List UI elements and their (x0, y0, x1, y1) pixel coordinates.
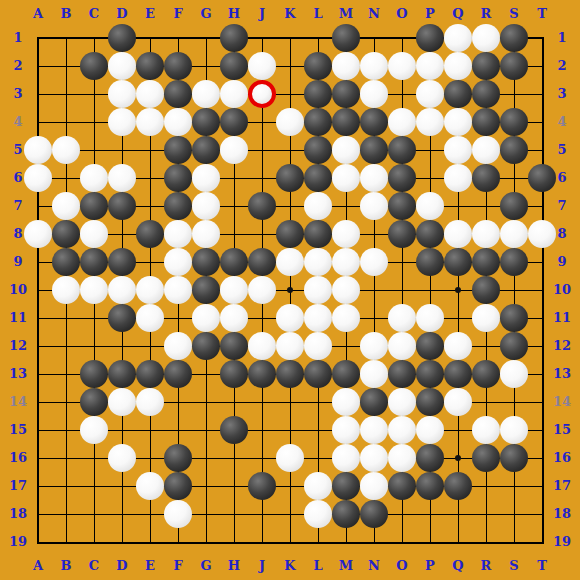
black-stone-O13 (388, 360, 416, 388)
black-stone-H9 (220, 248, 248, 276)
white-stone-O14 (388, 388, 416, 416)
black-stone-R2 (472, 52, 500, 80)
black-stone-R10 (472, 276, 500, 304)
last-move-marker-J3 (248, 80, 276, 108)
row-label-right-10: 10 (550, 283, 574, 297)
white-stone-H5 (220, 136, 248, 164)
white-stone-G6 (192, 164, 220, 192)
white-stone-P7 (416, 192, 444, 220)
black-stone-H2 (220, 52, 248, 80)
black-stone-J17 (248, 472, 276, 500)
black-stone-S16 (500, 444, 528, 472)
black-stone-P17 (416, 472, 444, 500)
black-stone-D11 (108, 304, 136, 332)
white-stone-L12 (304, 332, 332, 360)
black-stone-O6 (388, 164, 416, 192)
black-stone-E13 (136, 360, 164, 388)
black-stone-T6 (528, 164, 556, 192)
black-stone-H12 (220, 332, 248, 360)
row-label-right-1: 1 (550, 31, 574, 45)
row-label-right-7: 7 (550, 199, 574, 213)
white-stone-D4 (108, 108, 136, 136)
black-stone-L6 (304, 164, 332, 192)
white-stone-C10 (80, 276, 108, 304)
white-stone-N13 (360, 360, 388, 388)
white-stone-F18 (164, 500, 192, 528)
white-stone-S8 (500, 220, 528, 248)
white-stone-Q1 (444, 24, 472, 52)
black-stone-O7 (388, 192, 416, 220)
row-label-left-14: 14 (6, 395, 30, 409)
white-stone-H10 (220, 276, 248, 304)
black-stone-D1 (108, 24, 136, 52)
black-stone-J13 (248, 360, 276, 388)
col-label-bottom-C: C (82, 559, 106, 573)
row-label-left-3: 3 (6, 87, 30, 101)
white-stone-Q14 (444, 388, 472, 416)
white-stone-M8 (332, 220, 360, 248)
white-stone-Q2 (444, 52, 472, 80)
black-stone-S5 (500, 136, 528, 164)
black-stone-R6 (472, 164, 500, 192)
col-label-top-K: K (278, 7, 302, 21)
white-stone-F9 (164, 248, 192, 276)
black-stone-F5 (164, 136, 192, 164)
row-label-right-15: 15 (550, 423, 574, 437)
col-label-bottom-T: T (530, 559, 554, 573)
black-stone-Q3 (444, 80, 472, 108)
white-stone-D14 (108, 388, 136, 416)
black-stone-S12 (500, 332, 528, 360)
col-label-bottom-F: F (166, 559, 190, 573)
white-stone-N2 (360, 52, 388, 80)
row-label-right-12: 12 (550, 339, 574, 353)
col-label-top-J: J (250, 7, 274, 21)
row-label-right-16: 16 (550, 451, 574, 465)
col-label-bottom-B: B (54, 559, 78, 573)
white-stone-T8 (528, 220, 556, 248)
black-stone-N18 (360, 500, 388, 528)
col-label-top-B: B (54, 7, 78, 21)
white-stone-K11 (276, 304, 304, 332)
black-stone-F3 (164, 80, 192, 108)
white-stone-N6 (360, 164, 388, 192)
black-stone-N14 (360, 388, 388, 416)
col-label-top-A: A (26, 7, 50, 21)
black-stone-K13 (276, 360, 304, 388)
black-stone-B9 (52, 248, 80, 276)
row-label-left-19: 19 (6, 535, 30, 549)
col-label-bottom-P: P (418, 559, 442, 573)
col-label-bottom-S: S (502, 559, 526, 573)
col-label-top-S: S (502, 7, 526, 21)
white-stone-E11 (136, 304, 164, 332)
white-stone-C8 (80, 220, 108, 248)
black-stone-M1 (332, 24, 360, 52)
black-stone-P8 (416, 220, 444, 248)
black-stone-H13 (220, 360, 248, 388)
black-stone-H15 (220, 416, 248, 444)
row-label-left-12: 12 (6, 339, 30, 353)
white-stone-H3 (220, 80, 248, 108)
black-stone-P1 (416, 24, 444, 52)
col-label-bottom-A: A (26, 559, 50, 573)
black-stone-D7 (108, 192, 136, 220)
white-stone-N17 (360, 472, 388, 500)
white-stone-O11 (388, 304, 416, 332)
black-stone-C7 (80, 192, 108, 220)
white-stone-R15 (472, 416, 500, 444)
white-stone-N9 (360, 248, 388, 276)
black-stone-S4 (500, 108, 528, 136)
star-point-Q16 (455, 455, 461, 461)
black-stone-F6 (164, 164, 192, 192)
white-stone-F4 (164, 108, 192, 136)
white-stone-E14 (136, 388, 164, 416)
black-stone-M18 (332, 500, 360, 528)
white-stone-J10 (248, 276, 276, 304)
white-stone-D16 (108, 444, 136, 472)
col-label-top-N: N (362, 7, 386, 21)
white-stone-M9 (332, 248, 360, 276)
row-label-right-17: 17 (550, 479, 574, 493)
row-label-left-4: 4 (6, 115, 30, 129)
col-label-bottom-O: O (390, 559, 414, 573)
col-label-top-R: R (474, 7, 498, 21)
black-stone-G12 (192, 332, 220, 360)
white-stone-C15 (80, 416, 108, 444)
black-stone-F13 (164, 360, 192, 388)
col-label-bottom-N: N (362, 559, 386, 573)
black-stone-L4 (304, 108, 332, 136)
black-stone-E8 (136, 220, 164, 248)
col-label-top-E: E (138, 7, 162, 21)
white-stone-O12 (388, 332, 416, 360)
black-stone-M17 (332, 472, 360, 500)
white-stone-M2 (332, 52, 360, 80)
row-label-left-13: 13 (6, 367, 30, 381)
black-stone-L13 (304, 360, 332, 388)
row-label-left-9: 9 (6, 255, 30, 269)
col-label-top-C: C (82, 7, 106, 21)
black-stone-C13 (80, 360, 108, 388)
black-stone-H1 (220, 24, 248, 52)
col-label-top-P: P (418, 7, 442, 21)
white-stone-A5 (24, 136, 52, 164)
white-stone-B10 (52, 276, 80, 304)
white-stone-D2 (108, 52, 136, 80)
col-label-bottom-E: E (138, 559, 162, 573)
black-stone-R16 (472, 444, 500, 472)
white-stone-M11 (332, 304, 360, 332)
white-stone-Q4 (444, 108, 472, 136)
white-stone-P15 (416, 416, 444, 444)
row-label-right-4: 4 (550, 115, 574, 129)
white-stone-O4 (388, 108, 416, 136)
black-stone-D9 (108, 248, 136, 276)
black-stone-J7 (248, 192, 276, 220)
white-stone-G8 (192, 220, 220, 248)
white-stone-E3 (136, 80, 164, 108)
row-label-right-19: 19 (550, 535, 574, 549)
white-stone-P2 (416, 52, 444, 80)
black-stone-C9 (80, 248, 108, 276)
white-stone-N15 (360, 416, 388, 444)
col-label-bottom-G: G (194, 559, 218, 573)
black-stone-M3 (332, 80, 360, 108)
white-stone-M14 (332, 388, 360, 416)
col-label-top-Q: Q (446, 7, 470, 21)
white-stone-O15 (388, 416, 416, 444)
white-stone-P11 (416, 304, 444, 332)
col-label-bottom-M: M (334, 559, 358, 573)
white-stone-P4 (416, 108, 444, 136)
white-stone-R11 (472, 304, 500, 332)
black-stone-S2 (500, 52, 528, 80)
white-stone-C6 (80, 164, 108, 192)
col-label-top-L: L (306, 7, 330, 21)
white-stone-M10 (332, 276, 360, 304)
black-stone-G9 (192, 248, 220, 276)
white-stone-G7 (192, 192, 220, 220)
black-stone-R13 (472, 360, 500, 388)
row-label-right-9: 9 (550, 255, 574, 269)
white-stone-N7 (360, 192, 388, 220)
black-stone-R3 (472, 80, 500, 108)
black-stone-F2 (164, 52, 192, 80)
black-stone-G5 (192, 136, 220, 164)
black-stone-Q17 (444, 472, 472, 500)
col-label-bottom-J: J (250, 559, 274, 573)
black-stone-N5 (360, 136, 388, 164)
white-stone-B5 (52, 136, 80, 164)
white-stone-B7 (52, 192, 80, 220)
black-stone-L5 (304, 136, 332, 164)
white-stone-K4 (276, 108, 304, 136)
black-stone-Q9 (444, 248, 472, 276)
row-label-left-10: 10 (6, 283, 30, 297)
white-stone-J12 (248, 332, 276, 360)
white-stone-F10 (164, 276, 192, 304)
white-stone-D3 (108, 80, 136, 108)
white-stone-Q5 (444, 136, 472, 164)
white-stone-N16 (360, 444, 388, 472)
white-stone-L9 (304, 248, 332, 276)
row-label-left-1: 1 (6, 31, 30, 45)
white-stone-K9 (276, 248, 304, 276)
white-stone-Q6 (444, 164, 472, 192)
black-stone-Q13 (444, 360, 472, 388)
white-stone-E17 (136, 472, 164, 500)
row-label-right-14: 14 (550, 395, 574, 409)
white-stone-L18 (304, 500, 332, 528)
black-stone-P16 (416, 444, 444, 472)
black-stone-L2 (304, 52, 332, 80)
black-stone-O5 (388, 136, 416, 164)
white-stone-N12 (360, 332, 388, 360)
row-label-right-5: 5 (550, 143, 574, 157)
white-stone-L11 (304, 304, 332, 332)
black-stone-P13 (416, 360, 444, 388)
white-stone-Q12 (444, 332, 472, 360)
white-stone-R8 (472, 220, 500, 248)
row-label-right-11: 11 (550, 311, 574, 325)
black-stone-C2 (80, 52, 108, 80)
col-label-top-G: G (194, 7, 218, 21)
white-stone-S15 (500, 416, 528, 444)
black-stone-J9 (248, 248, 276, 276)
black-stone-G10 (192, 276, 220, 304)
white-stone-L17 (304, 472, 332, 500)
col-label-bottom-K: K (278, 559, 302, 573)
black-stone-S11 (500, 304, 528, 332)
black-stone-K6 (276, 164, 304, 192)
black-stone-G4 (192, 108, 220, 136)
black-stone-P9 (416, 248, 444, 276)
col-label-bottom-Q: Q (446, 559, 470, 573)
white-stone-F8 (164, 220, 192, 248)
white-stone-L7 (304, 192, 332, 220)
black-stone-O8 (388, 220, 416, 248)
go-board[interactable]: AABBCCDDEEFFGGHHJJKKLLMMNNOOPPQQRRSSTT11… (0, 0, 580, 580)
row-label-left-2: 2 (6, 59, 30, 73)
black-stone-B8 (52, 220, 80, 248)
black-stone-O17 (388, 472, 416, 500)
row-label-left-16: 16 (6, 451, 30, 465)
row-label-right-18: 18 (550, 507, 574, 521)
white-stone-H11 (220, 304, 248, 332)
white-stone-P3 (416, 80, 444, 108)
black-stone-M13 (332, 360, 360, 388)
black-stone-S9 (500, 248, 528, 276)
white-stone-O2 (388, 52, 416, 80)
black-stone-R4 (472, 108, 500, 136)
white-stone-D10 (108, 276, 136, 304)
black-stone-F7 (164, 192, 192, 220)
row-label-left-15: 15 (6, 423, 30, 437)
row-label-left-11: 11 (6, 311, 30, 325)
black-stone-D13 (108, 360, 136, 388)
white-stone-K12 (276, 332, 304, 360)
col-label-top-F: F (166, 7, 190, 21)
white-stone-D6 (108, 164, 136, 192)
white-stone-J2 (248, 52, 276, 80)
black-stone-L3 (304, 80, 332, 108)
black-stone-H4 (220, 108, 248, 136)
white-stone-F12 (164, 332, 192, 360)
black-stone-E2 (136, 52, 164, 80)
white-stone-R1 (472, 24, 500, 52)
black-stone-P14 (416, 388, 444, 416)
white-stone-G11 (192, 304, 220, 332)
col-label-top-D: D (110, 7, 134, 21)
white-stone-E4 (136, 108, 164, 136)
star-point-K10 (287, 287, 293, 293)
black-stone-S7 (500, 192, 528, 220)
white-stone-Q8 (444, 220, 472, 248)
white-stone-A8 (24, 220, 52, 248)
col-label-bottom-D: D (110, 559, 134, 573)
white-stone-M6 (332, 164, 360, 192)
black-stone-P12 (416, 332, 444, 360)
white-stone-K16 (276, 444, 304, 472)
black-stone-M4 (332, 108, 360, 136)
black-stone-S1 (500, 24, 528, 52)
white-stone-M15 (332, 416, 360, 444)
row-label-left-7: 7 (6, 199, 30, 213)
white-stone-M16 (332, 444, 360, 472)
white-stone-E10 (136, 276, 164, 304)
white-stone-G3 (192, 80, 220, 108)
row-label-right-3: 3 (550, 87, 574, 101)
black-stone-K8 (276, 220, 304, 248)
row-label-right-13: 13 (550, 367, 574, 381)
row-label-left-18: 18 (6, 507, 30, 521)
black-stone-F16 (164, 444, 192, 472)
white-stone-O16 (388, 444, 416, 472)
row-label-left-17: 17 (6, 479, 30, 493)
black-stone-L8 (304, 220, 332, 248)
star-point-Q10 (455, 287, 461, 293)
black-stone-R9 (472, 248, 500, 276)
col-label-bottom-H: H (222, 559, 246, 573)
row-label-right-2: 2 (550, 59, 574, 73)
white-stone-R5 (472, 136, 500, 164)
col-label-bottom-L: L (306, 559, 330, 573)
col-label-top-T: T (530, 7, 554, 21)
white-stone-L10 (304, 276, 332, 304)
white-stone-M5 (332, 136, 360, 164)
white-stone-S13 (500, 360, 528, 388)
col-label-top-M: M (334, 7, 358, 21)
black-stone-F17 (164, 472, 192, 500)
white-stone-A6 (24, 164, 52, 192)
col-label-top-O: O (390, 7, 414, 21)
col-label-bottom-R: R (474, 559, 498, 573)
black-stone-C14 (80, 388, 108, 416)
black-stone-N4 (360, 108, 388, 136)
white-stone-N3 (360, 80, 388, 108)
col-label-top-H: H (222, 7, 246, 21)
